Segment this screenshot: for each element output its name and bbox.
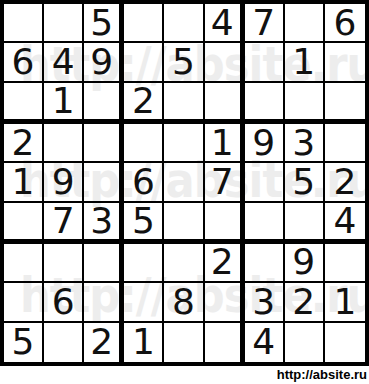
cell-r9c9[interactable] <box>325 323 365 362</box>
cell-r2c4[interactable] <box>124 43 164 82</box>
site-url[interactable]: http://absite.ru <box>277 367 367 383</box>
cell-r4c9[interactable] <box>325 124 365 163</box>
cell-r2c7[interactable] <box>245 43 285 82</box>
cell-r5c1[interactable]: 1 <box>4 163 44 202</box>
cell-r9c7[interactable]: 4 <box>245 323 285 362</box>
cell-r4c1[interactable]: 2 <box>4 124 44 163</box>
cell-r5c5[interactable] <box>164 163 204 202</box>
cell-r6c9[interactable]: 4 <box>325 203 365 244</box>
cell-r1c4[interactable] <box>124 4 164 43</box>
cell-r8c6[interactable] <box>205 283 245 322</box>
cell-r5c4[interactable]: 6 <box>124 163 164 202</box>
cell-r8c1[interactable] <box>4 283 44 322</box>
cell-r8c3[interactable] <box>84 283 124 322</box>
cell-r3c9[interactable] <box>325 83 365 124</box>
cell-r9c2[interactable] <box>44 323 84 362</box>
cell-r7c9[interactable] <box>325 244 365 283</box>
cell-r6c3[interactable]: 3 <box>84 203 124 244</box>
cell-r8c7[interactable]: 3 <box>245 283 285 322</box>
cell-r1c8[interactable] <box>285 4 325 43</box>
cell-r1c2[interactable] <box>44 4 84 43</box>
cell-r4c6[interactable]: 1 <box>205 124 245 163</box>
cell-r1c5[interactable] <box>164 4 204 43</box>
cell-r6c4[interactable]: 5 <box>124 203 164 244</box>
cell-r8c9[interactable]: 1 <box>325 283 365 322</box>
cell-r9c1[interactable]: 5 <box>4 323 44 362</box>
cell-r3c3[interactable] <box>84 83 124 124</box>
cell-r9c6[interactable] <box>205 323 245 362</box>
cell-r6c1[interactable] <box>4 203 44 244</box>
cell-r6c7[interactable] <box>245 203 285 244</box>
cell-r8c5[interactable]: 8 <box>164 283 204 322</box>
cell-r7c8[interactable]: 9 <box>285 244 325 283</box>
cell-r2c9[interactable] <box>325 43 365 82</box>
cell-r7c6[interactable]: 2 <box>205 244 245 283</box>
cell-r7c2[interactable] <box>44 244 84 283</box>
cell-r2c1[interactable]: 6 <box>4 43 44 82</box>
cell-r1c6[interactable]: 4 <box>205 4 245 43</box>
cell-r2c3[interactable]: 9 <box>84 43 124 82</box>
cell-r3c1[interactable] <box>4 83 44 124</box>
cell-r8c2[interactable]: 6 <box>44 283 84 322</box>
cell-r3c2[interactable]: 1 <box>44 83 84 124</box>
cell-r4c3[interactable] <box>84 124 124 163</box>
cell-r5c7[interactable] <box>245 163 285 202</box>
cell-r2c5[interactable]: 5 <box>164 43 204 82</box>
cell-r7c5[interactable] <box>164 244 204 283</box>
cell-r2c2[interactable]: 4 <box>44 43 84 82</box>
cell-r9c3[interactable]: 2 <box>84 323 124 362</box>
cell-r4c4[interactable] <box>124 124 164 163</box>
cell-r8c4[interactable] <box>124 283 164 322</box>
cell-r2c8[interactable]: 1 <box>285 43 325 82</box>
cell-r9c4[interactable]: 1 <box>124 323 164 362</box>
cell-r3c5[interactable] <box>164 83 204 124</box>
cell-r3c4[interactable]: 2 <box>124 83 164 124</box>
sudoku-grid: http://absite.ru http://absite.ru http:/… <box>0 0 369 366</box>
cell-r5c6[interactable]: 7 <box>205 163 245 202</box>
cell-r2c6[interactable] <box>205 43 245 82</box>
cell-r3c8[interactable] <box>285 83 325 124</box>
cell-r4c7[interactable]: 9 <box>245 124 285 163</box>
cell-r6c2[interactable]: 7 <box>44 203 84 244</box>
cell-r5c3[interactable] <box>84 163 124 202</box>
cell-r7c7[interactable] <box>245 244 285 283</box>
cell-r5c2[interactable]: 9 <box>44 163 84 202</box>
cell-r7c3[interactable] <box>84 244 124 283</box>
cell-r4c8[interactable]: 3 <box>285 124 325 163</box>
cell-r8c8[interactable]: 2 <box>285 283 325 322</box>
cell-r6c6[interactable] <box>205 203 245 244</box>
cell-r7c1[interactable] <box>4 244 44 283</box>
cell-r1c7[interactable]: 7 <box>245 4 285 43</box>
cell-r5c8[interactable]: 5 <box>285 163 325 202</box>
cell-r4c5[interactable] <box>164 124 204 163</box>
cell-r7c4[interactable] <box>124 244 164 283</box>
cell-r3c7[interactable] <box>245 83 285 124</box>
cell-r6c5[interactable] <box>164 203 204 244</box>
cell-r9c8[interactable] <box>285 323 325 362</box>
cell-r1c9[interactable]: 6 <box>325 4 365 43</box>
cell-r5c9[interactable]: 2 <box>325 163 365 202</box>
cell-r6c8[interactable] <box>285 203 325 244</box>
cell-r9c5[interactable] <box>164 323 204 362</box>
sudoku-page: http://absite.ru http://absite.ru http:/… <box>0 0 369 384</box>
cell-r4c2[interactable] <box>44 124 84 163</box>
cell-r1c3[interactable]: 5 <box>84 4 124 43</box>
cell-r1c1[interactable] <box>4 4 44 43</box>
cell-r3c6[interactable] <box>205 83 245 124</box>
